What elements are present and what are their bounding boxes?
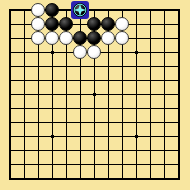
grid-line-vertical: [150, 10, 151, 179]
black-stone[interactable]: [101, 17, 115, 31]
star-point: [51, 135, 54, 138]
grid-line-horizontal: [10, 164, 179, 165]
white-stone[interactable]: [31, 17, 45, 31]
star-point: [135, 135, 138, 138]
grid-line-horizontal: [10, 108, 179, 109]
star-point: [135, 51, 138, 54]
last-move-marker-star-icon: [73, 3, 87, 17]
white-stone[interactable]: [31, 3, 45, 17]
white-stone[interactable]: [115, 17, 129, 31]
go-board[interactable]: [0, 0, 190, 190]
black-stone[interactable]: [45, 17, 59, 31]
grid-line-vertical: [136, 10, 137, 179]
grid-line-horizontal: [10, 150, 179, 151]
black-stone[interactable]: [45, 3, 59, 17]
star-point: [51, 51, 54, 54]
black-stone[interactable]: [87, 31, 101, 45]
white-stone[interactable]: [115, 31, 129, 45]
white-stone[interactable]: [73, 45, 87, 59]
white-stone[interactable]: [87, 45, 101, 59]
black-stone[interactable]: [87, 17, 101, 31]
grid-line-vertical: [164, 10, 165, 179]
black-stone[interactable]: [73, 31, 87, 45]
white-stone[interactable]: [101, 31, 115, 45]
grid-line-horizontal: [10, 122, 179, 123]
grid-line-horizontal: [10, 136, 179, 137]
white-stone[interactable]: [31, 31, 45, 45]
black-stone[interactable]: [59, 17, 73, 31]
white-stone[interactable]: [45, 31, 59, 45]
star-point: [93, 93, 96, 96]
white-stone[interactable]: [59, 31, 73, 45]
